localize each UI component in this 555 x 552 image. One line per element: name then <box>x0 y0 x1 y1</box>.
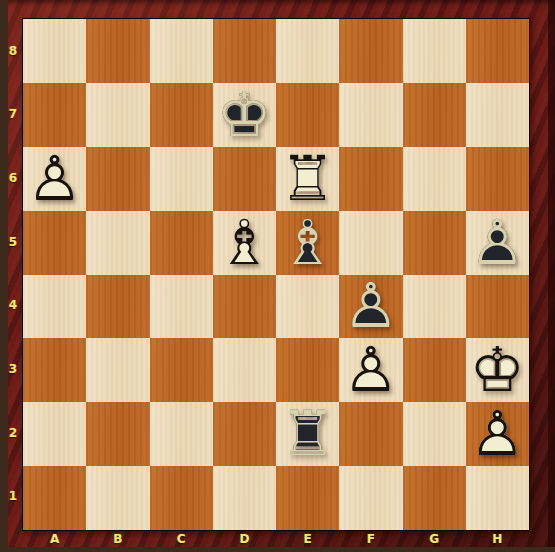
square-d8[interactable] <box>213 19 276 83</box>
rank-label-5: 5 <box>5 210 21 274</box>
square-f7[interactable] <box>339 83 402 147</box>
square-e5[interactable]: ♝♗ <box>276 211 339 275</box>
square-b8[interactable] <box>86 19 149 83</box>
square-h2[interactable]: ♟♙ <box>466 402 529 466</box>
square-g1[interactable] <box>403 466 466 530</box>
square-h6[interactable] <box>466 147 529 211</box>
white-pawn-glyph-fill: ♟ <box>339 338 402 402</box>
square-e7[interactable] <box>276 83 339 147</box>
square-g8[interactable] <box>403 19 466 83</box>
file-label-h: H <box>466 530 529 547</box>
square-a2[interactable] <box>23 402 86 466</box>
square-f1[interactable] <box>339 466 402 530</box>
square-c8[interactable] <box>150 19 213 83</box>
square-h8[interactable] <box>466 19 529 83</box>
square-a1[interactable] <box>23 466 86 530</box>
square-g7[interactable] <box>403 83 466 147</box>
square-d7[interactable]: ♚♔ <box>213 83 276 147</box>
rank-label-2: 2 <box>5 401 21 465</box>
square-h7[interactable] <box>466 83 529 147</box>
white-pawn-glyph-outline: ♙ <box>23 147 86 211</box>
file-label-d: D <box>213 530 276 547</box>
rank-coordinates: 87654321 <box>5 19 21 528</box>
square-e1[interactable] <box>276 466 339 530</box>
board-frame-inner: ♚♔♟♙♜♖♝♗♝♗♟♙♟♙♟♙♚♔♜♖♟♙ <box>22 18 530 531</box>
square-f5[interactable] <box>339 211 402 275</box>
square-d5[interactable]: ♝♗ <box>213 211 276 275</box>
rank-label-8: 8 <box>5 19 21 83</box>
chess-app-window: ♚♔♟♙♜♖♝♗♝♗♟♙♟♙♟♙♚♔♜♖♟♙ 87654321 ABCDEFGH <box>0 0 555 552</box>
square-c3[interactable] <box>150 338 213 402</box>
square-h1[interactable] <box>466 466 529 530</box>
rank-label-3: 3 <box>5 337 21 401</box>
file-coordinates: ABCDEFGH <box>23 530 529 547</box>
square-d3[interactable] <box>213 338 276 402</box>
black-rook-glyph-outline: ♖ <box>276 402 339 466</box>
rank-label-7: 7 <box>5 83 21 147</box>
white-pawn-glyph-fill: ♟ <box>466 402 529 466</box>
square-h3[interactable]: ♚♔ <box>466 338 529 402</box>
file-label-c: C <box>150 530 213 547</box>
square-a5[interactable] <box>23 211 86 275</box>
square-a7[interactable] <box>23 83 86 147</box>
square-d6[interactable] <box>213 147 276 211</box>
black-pawn-glyph-outline: ♙ <box>339 275 402 339</box>
file-label-b: B <box>86 530 149 547</box>
square-a6[interactable]: ♟♙ <box>23 147 86 211</box>
square-b3[interactable] <box>86 338 149 402</box>
black-pawn-glyph-fill: ♟ <box>466 211 529 275</box>
white-bishop-glyph-outline: ♗ <box>213 211 276 275</box>
square-e2[interactable]: ♜♖ <box>276 402 339 466</box>
black-rook-glyph-fill: ♜ <box>276 402 339 466</box>
square-f3[interactable]: ♟♙ <box>339 338 402 402</box>
file-label-f: F <box>339 530 402 547</box>
black-pawn-glyph-fill: ♟ <box>339 275 402 339</box>
square-d4[interactable] <box>213 275 276 339</box>
white-pawn-glyph-outline: ♙ <box>466 402 529 466</box>
square-a4[interactable] <box>23 275 86 339</box>
square-g4[interactable] <box>403 275 466 339</box>
square-e3[interactable] <box>276 338 339 402</box>
rank-label-1: 1 <box>5 464 21 528</box>
square-f2[interactable] <box>339 402 402 466</box>
square-e8[interactable] <box>276 19 339 83</box>
rank-label-4: 4 <box>5 274 21 338</box>
square-b6[interactable] <box>86 147 149 211</box>
rank-label-6: 6 <box>5 146 21 210</box>
white-bishop-glyph-fill: ♝ <box>213 211 276 275</box>
black-bishop-glyph-outline: ♗ <box>276 211 339 275</box>
square-h4[interactable] <box>466 275 529 339</box>
square-d1[interactable] <box>213 466 276 530</box>
square-e6[interactable]: ♜♖ <box>276 147 339 211</box>
chess-board: ♚♔♟♙♜♖♝♗♝♗♟♙♟♙♟♙♚♔♜♖♟♙ <box>23 19 529 530</box>
square-c1[interactable] <box>150 466 213 530</box>
square-g6[interactable] <box>403 147 466 211</box>
square-a8[interactable] <box>23 19 86 83</box>
white-rook-glyph-outline: ♖ <box>276 147 339 211</box>
black-bishop-glyph-fill: ♝ <box>276 211 339 275</box>
square-b2[interactable] <box>86 402 149 466</box>
file-label-a: A <box>23 530 86 547</box>
square-f8[interactable] <box>339 19 402 83</box>
black-king-glyph-outline: ♔ <box>213 83 276 147</box>
black-king-glyph-fill: ♚ <box>213 83 276 147</box>
square-f4[interactable]: ♟♙ <box>339 275 402 339</box>
white-rook-glyph-fill: ♜ <box>276 147 339 211</box>
square-b4[interactable] <box>86 275 149 339</box>
square-c7[interactable] <box>150 83 213 147</box>
square-f6[interactable] <box>339 147 402 211</box>
square-b5[interactable] <box>86 211 149 275</box>
file-label-e: E <box>276 530 339 547</box>
square-e4[interactable] <box>276 275 339 339</box>
square-a3[interactable] <box>23 338 86 402</box>
white-king-glyph-fill: ♚ <box>466 338 529 402</box>
white-pawn-glyph-fill: ♟ <box>23 147 86 211</box>
white-king-glyph-outline: ♔ <box>466 338 529 402</box>
square-d2[interactable] <box>213 402 276 466</box>
square-c4[interactable] <box>150 275 213 339</box>
square-g2[interactable] <box>403 402 466 466</box>
square-h5[interactable]: ♟♙ <box>466 211 529 275</box>
square-b1[interactable] <box>86 466 149 530</box>
square-c6[interactable] <box>150 147 213 211</box>
square-b7[interactable] <box>86 83 149 147</box>
square-c2[interactable] <box>150 402 213 466</box>
square-c5[interactable] <box>150 211 213 275</box>
black-pawn-glyph-outline: ♙ <box>466 211 529 275</box>
square-g3[interactable] <box>403 338 466 402</box>
white-pawn-glyph-outline: ♙ <box>339 338 402 402</box>
file-label-g: G <box>403 530 466 547</box>
square-g5[interactable] <box>403 211 466 275</box>
